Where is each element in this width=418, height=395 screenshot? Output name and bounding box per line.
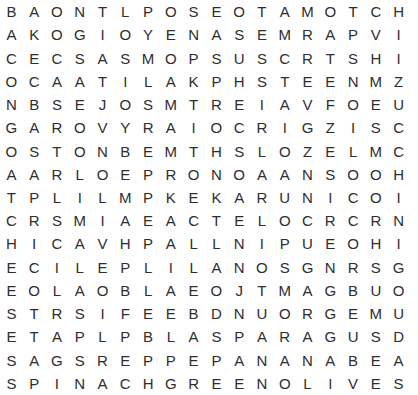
grid-cell[interactable]: M [68,209,91,232]
grid-cell[interactable]: T [273,70,296,93]
grid-cell[interactable]: L [46,186,69,209]
grid-cell[interactable]: P [23,372,46,395]
grid-cell[interactable]: I [342,116,365,139]
grid-cell[interactable]: R [296,302,319,325]
grid-cell[interactable]: O [273,372,296,395]
grid-cell[interactable]: A [296,279,319,302]
grid-cell[interactable]: S [364,256,387,279]
grid-cell[interactable]: I [251,93,274,116]
grid-cell[interactable]: V [91,232,114,255]
grid-cell[interactable]: T [182,139,205,162]
grid-cell[interactable]: A [68,70,91,93]
grid-cell[interactable]: A [319,349,342,372]
grid-cell[interactable]: I [159,256,182,279]
grid-cell[interactable]: A [23,0,46,23]
grid-cell[interactable]: S [387,372,410,395]
grid-cell[interactable]: R [46,163,69,186]
grid-cell[interactable]: I [46,372,69,395]
grid-cell[interactable]: S [251,46,274,69]
grid-cell[interactable]: N [182,23,205,46]
grid-cell[interactable]: A [319,23,342,46]
grid-cell[interactable]: I [319,186,342,209]
grid-cell[interactable]: Y [114,116,137,139]
grid-cell[interactable]: I [273,116,296,139]
grid-cell[interactable]: C [387,116,410,139]
grid-cell[interactable]: I [182,116,205,139]
grid-cell[interactable]: A [159,232,182,255]
grid-cell[interactable]: S [364,116,387,139]
grid-cell[interactable]: G [319,279,342,302]
grid-cell[interactable]: R [159,163,182,186]
grid-cell[interactable]: B [137,325,160,348]
grid-cell[interactable]: R [23,209,46,232]
grid-cell[interactable]: H [114,232,137,255]
grid-cell[interactable]: B [182,302,205,325]
grid-cell[interactable]: S [23,139,46,162]
grid-cell[interactable]: E [205,372,228,395]
grid-cell[interactable]: I [319,372,342,395]
grid-cell[interactable]: E [0,279,23,302]
grid-cell[interactable]: R [273,325,296,348]
grid-cell[interactable]: E [137,209,160,232]
grid-cell[interactable]: I [91,23,114,46]
grid-cell[interactable]: P [182,46,205,69]
grid-cell[interactable]: T [0,186,23,209]
grid-cell[interactable]: R [251,186,274,209]
grid-cell[interactable]: B [0,0,23,23]
grid-cell[interactable]: N [228,232,251,255]
grid-cell[interactable]: P [159,349,182,372]
grid-cell[interactable]: B [114,139,137,162]
grid-cell[interactable]: O [91,279,114,302]
grid-cell[interactable]: L [296,372,319,395]
grid-cell[interactable]: O [68,139,91,162]
grid-cell[interactable]: P [23,186,46,209]
grid-cell[interactable]: A [387,349,410,372]
grid-cell[interactable]: C [23,256,46,279]
grid-cell[interactable]: O [342,93,365,116]
grid-cell[interactable]: P [137,163,160,186]
grid-cell[interactable]: A [251,325,274,348]
grid-cell[interactable]: O [0,139,23,162]
grid-cell[interactable]: S [205,46,228,69]
grid-cell[interactable]: D [387,325,410,348]
grid-cell[interactable]: A [205,23,228,46]
grid-cell[interactable]: E [137,139,160,162]
grid-cell[interactable]: E [182,186,205,209]
grid-cell[interactable]: V [342,372,365,395]
grid-cell[interactable]: O [342,232,365,255]
grid-cell[interactable]: L [68,256,91,279]
grid-cell[interactable]: U [296,232,319,255]
grid-cell[interactable]: R [91,349,114,372]
grid-cell[interactable]: E [251,23,274,46]
grid-cell[interactable]: G [46,349,69,372]
grid-cell[interactable]: L [251,209,274,232]
grid-cell[interactable]: A [273,163,296,186]
grid-cell[interactable]: R [296,46,319,69]
grid-cell[interactable]: S [68,302,91,325]
grid-cell[interactable]: C [114,372,137,395]
grid-cell[interactable]: P [114,256,137,279]
grid-cell[interactable]: O [364,186,387,209]
grid-cell[interactable]: E [114,349,137,372]
grid-cell[interactable]: A [159,116,182,139]
grid-cell[interactable]: O [159,0,182,23]
grid-cell[interactable]: N [296,349,319,372]
grid-cell[interactable]: A [273,0,296,23]
grid-cell[interactable]: E [342,302,365,325]
grid-cell[interactable]: E [0,325,23,348]
grid-cell[interactable]: O [273,139,296,162]
grid-cell[interactable]: E [364,93,387,116]
grid-cell[interactable]: N [251,349,274,372]
grid-cell[interactable]: C [342,209,365,232]
grid-cell[interactable]: U [387,93,410,116]
grid-cell[interactable]: O [46,0,69,23]
grid-cell[interactable]: L [182,256,205,279]
grid-cell[interactable]: R [137,116,160,139]
grid-cell[interactable]: N [205,163,228,186]
grid-cell[interactable]: E [228,209,251,232]
grid-cell[interactable]: G [319,302,342,325]
grid-cell[interactable]: L [68,163,91,186]
grid-cell[interactable]: P [137,0,160,23]
grid-cell[interactable]: E [91,256,114,279]
grid-cell[interactable]: Z [387,70,410,93]
grid-cell[interactable]: L [46,279,69,302]
grid-cell[interactable]: H [228,70,251,93]
grid-cell[interactable]: O [319,0,342,23]
grid-cell[interactable]: C [46,46,69,69]
grid-cell[interactable]: B [342,349,365,372]
grid-cell[interactable]: B [342,279,365,302]
grid-cell[interactable]: R [182,372,205,395]
grid-cell[interactable]: P [205,70,228,93]
grid-cell[interactable]: L [251,139,274,162]
grid-cell[interactable]: A [228,186,251,209]
grid-cell[interactable]: S [228,139,251,162]
grid-cell[interactable]: M [364,302,387,325]
grid-cell[interactable]: T [91,0,114,23]
grid-cell[interactable]: M [273,23,296,46]
grid-cell[interactable]: E [23,46,46,69]
grid-cell[interactable]: A [273,349,296,372]
grid-cell[interactable]: O [387,279,410,302]
grid-cell[interactable]: N [387,209,410,232]
grid-cell[interactable]: E [159,302,182,325]
grid-cell[interactable]: K [23,23,46,46]
grid-cell[interactable]: N [0,93,23,116]
grid-cell[interactable]: U [228,46,251,69]
grid-cell[interactable]: O [251,256,274,279]
grid-cell[interactable]: A [0,23,23,46]
grid-cell[interactable]: Z [296,139,319,162]
grid-cell[interactable]: V [364,23,387,46]
grid-cell[interactable]: O [0,70,23,93]
grid-cell[interactable]: V [91,116,114,139]
grid-cell[interactable]: O [228,163,251,186]
grid-cell[interactable]: E [319,139,342,162]
grid-cell[interactable]: S [364,325,387,348]
grid-cell[interactable]: B [23,93,46,116]
grid-cell[interactable]: P [205,349,228,372]
grid-cell[interactable]: S [182,0,205,23]
grid-cell[interactable]: L [205,232,228,255]
grid-cell[interactable]: P [114,325,137,348]
grid-cell[interactable]: O [91,163,114,186]
grid-cell[interactable]: G [159,372,182,395]
grid-cell[interactable]: A [23,163,46,186]
grid-cell[interactable]: A [23,116,46,139]
grid-cell[interactable]: O [114,23,137,46]
grid-cell[interactable]: T [182,93,205,116]
grid-cell[interactable]: M [159,93,182,116]
grid-cell[interactable]: A [91,46,114,69]
grid-cell[interactable]: O [205,279,228,302]
grid-cell[interactable]: I [23,232,46,255]
grid-cell[interactable]: Z [319,116,342,139]
grid-cell[interactable]: E [182,349,205,372]
grid-cell[interactable]: T [46,139,69,162]
grid-cell[interactable]: M [296,0,319,23]
grid-cell[interactable]: S [205,325,228,348]
grid-cell[interactable]: G [68,23,91,46]
grid-cell[interactable]: U [273,186,296,209]
grid-cell[interactable]: S [273,256,296,279]
grid-cell[interactable]: O [46,23,69,46]
grid-cell[interactable]: G [319,325,342,348]
grid-cell[interactable]: C [46,232,69,255]
grid-cell[interactable]: U [387,302,410,325]
grid-cell[interactable]: A [46,70,69,93]
grid-cell[interactable]: O [273,302,296,325]
grid-cell[interactable]: L [159,325,182,348]
grid-cell[interactable]: G [296,256,319,279]
grid-cell[interactable]: G [387,256,410,279]
grid-cell[interactable]: N [296,186,319,209]
grid-cell[interactable]: R [46,116,69,139]
grid-cell[interactable]: N [319,256,342,279]
grid-cell[interactable]: L [114,0,137,23]
grid-cell[interactable]: O [23,279,46,302]
grid-cell[interactable]: L [182,232,205,255]
grid-cell[interactable]: A [159,70,182,93]
grid-cell[interactable]: P [137,186,160,209]
grid-cell[interactable]: S [228,23,251,46]
grid-cell[interactable]: C [0,209,23,232]
grid-cell[interactable]: S [137,93,160,116]
grid-cell[interactable]: K [182,70,205,93]
grid-cell[interactable]: T [23,325,46,348]
grid-cell[interactable]: E [205,0,228,23]
grid-cell[interactable]: N [228,302,251,325]
grid-cell[interactable]: I [68,186,91,209]
grid-cell[interactable]: A [159,209,182,232]
grid-cell[interactable]: E [182,279,205,302]
grid-cell[interactable]: B [114,279,137,302]
grid-cell[interactable]: E [296,70,319,93]
grid-cell[interactable]: M [364,139,387,162]
grid-cell[interactable]: K [205,186,228,209]
grid-cell[interactable]: I [114,70,137,93]
grid-cell[interactable]: C [296,209,319,232]
grid-cell[interactable]: Y [137,23,160,46]
grid-cell[interactable]: K [159,186,182,209]
grid-cell[interactable]: T [319,46,342,69]
grid-cell[interactable]: A [159,279,182,302]
grid-cell[interactable]: I [387,186,410,209]
grid-cell[interactable]: F [114,302,137,325]
grid-cell[interactable]: P [273,232,296,255]
grid-cell[interactable]: I [251,232,274,255]
grid-cell[interactable]: E [0,256,23,279]
grid-cell[interactable]: C [0,46,23,69]
grid-cell[interactable]: O [342,163,365,186]
grid-cell[interactable]: E [364,349,387,372]
grid-cell[interactable]: H [364,46,387,69]
grid-cell[interactable]: L [137,70,160,93]
grid-cell[interactable]: A [114,209,137,232]
grid-cell[interactable]: G [0,116,23,139]
grid-cell[interactable]: E [228,93,251,116]
grid-cell[interactable]: I [387,232,410,255]
grid-cell[interactable]: O [273,209,296,232]
grid-cell[interactable]: L [91,186,114,209]
grid-cell[interactable]: P [68,325,91,348]
grid-cell[interactable]: R [319,209,342,232]
grid-cell[interactable]: T [251,279,274,302]
grid-cell[interactable]: P [137,232,160,255]
grid-cell[interactable]: F [319,93,342,116]
grid-cell[interactable]: L [342,139,365,162]
grid-cell[interactable]: I [387,23,410,46]
grid-cell[interactable]: T [91,70,114,93]
grid-cell[interactable]: S [114,46,137,69]
grid-cell[interactable]: C [182,209,205,232]
grid-cell[interactable]: R [342,256,365,279]
grid-cell[interactable]: S [0,372,23,395]
grid-cell[interactable]: L [91,325,114,348]
grid-cell[interactable]: E [114,163,137,186]
grid-cell[interactable]: R [205,93,228,116]
grid-cell[interactable]: S [0,302,23,325]
grid-cell[interactable]: T [342,0,365,23]
grid-cell[interactable]: L [137,279,160,302]
grid-cell[interactable]: S [68,46,91,69]
grid-cell[interactable]: C [228,116,251,139]
grid-cell[interactable]: N [228,256,251,279]
grid-cell[interactable]: D [205,302,228,325]
grid-cell[interactable]: O [114,93,137,116]
grid-cell[interactable]: A [68,232,91,255]
grid-cell[interactable]: A [23,349,46,372]
grid-cell[interactable]: H [387,0,410,23]
grid-cell[interactable]: A [251,163,274,186]
grid-cell[interactable]: R [251,116,274,139]
grid-cell[interactable]: E [159,23,182,46]
grid-cell[interactable]: M [114,186,137,209]
grid-cell[interactable]: H [364,232,387,255]
grid-cell[interactable]: U [364,279,387,302]
grid-cell[interactable]: O [228,0,251,23]
grid-cell[interactable]: R [46,302,69,325]
grid-cell[interactable]: P [228,325,251,348]
grid-cell[interactable]: S [46,93,69,116]
grid-cell[interactable]: M [137,46,160,69]
grid-cell[interactable]: M [364,70,387,93]
grid-cell[interactable]: E [319,232,342,255]
grid-cell[interactable]: A [228,349,251,372]
grid-cell[interactable]: N [251,372,274,395]
grid-cell[interactable]: I [387,46,410,69]
grid-cell[interactable]: C [273,46,296,69]
grid-cell[interactable]: N [342,70,365,93]
grid-cell[interactable]: I [46,256,69,279]
grid-cell[interactable]: V [296,93,319,116]
grid-cell[interactable]: S [68,349,91,372]
grid-cell[interactable]: E [228,372,251,395]
grid-cell[interactable]: O [68,116,91,139]
grid-cell[interactable]: A [68,279,91,302]
grid-cell[interactable]: N [68,372,91,395]
grid-cell[interactable]: P [342,23,365,46]
grid-cell[interactable]: O [159,46,182,69]
grid-cell[interactable]: T [205,209,228,232]
grid-cell[interactable]: A [46,325,69,348]
grid-cell[interactable]: N [91,139,114,162]
grid-cell[interactable]: C [342,186,365,209]
grid-cell[interactable]: J [91,93,114,116]
grid-cell[interactable]: O [205,116,228,139]
grid-cell[interactable]: C [23,70,46,93]
grid-cell[interactable]: M [159,139,182,162]
grid-cell[interactable]: U [342,325,365,348]
grid-cell[interactable]: S [46,209,69,232]
grid-cell[interactable]: S [0,349,23,372]
grid-cell[interactable]: E [319,70,342,93]
grid-cell[interactable]: J [228,279,251,302]
grid-cell[interactable]: T [251,0,274,23]
grid-cell[interactable]: A [296,325,319,348]
grid-cell[interactable]: N [296,163,319,186]
grid-cell[interactable]: O [182,163,205,186]
grid-cell[interactable]: A [91,372,114,395]
grid-cell[interactable]: H [387,163,410,186]
grid-cell[interactable]: O [364,163,387,186]
grid-cell[interactable]: A [205,256,228,279]
grid-cell[interactable]: A [0,163,23,186]
grid-cell[interactable]: T [23,302,46,325]
grid-cell[interactable]: C [364,0,387,23]
grid-cell[interactable]: S [251,70,274,93]
grid-cell[interactable]: A [273,93,296,116]
grid-cell[interactable]: H [205,139,228,162]
grid-cell[interactable]: A [182,325,205,348]
grid-cell[interactable]: I [91,209,114,232]
grid-cell[interactable]: I [91,302,114,325]
grid-cell[interactable]: M [273,279,296,302]
grid-cell[interactable]: S [319,163,342,186]
grid-cell[interactable]: P [137,349,160,372]
grid-cell[interactable]: U [251,302,274,325]
grid-cell[interactable]: R [364,209,387,232]
grid-cell[interactable]: H [0,232,23,255]
grid-cell[interactable]: R [296,23,319,46]
grid-cell[interactable]: N [68,0,91,23]
grid-cell[interactable]: E [137,302,160,325]
grid-cell[interactable]: G [296,116,319,139]
